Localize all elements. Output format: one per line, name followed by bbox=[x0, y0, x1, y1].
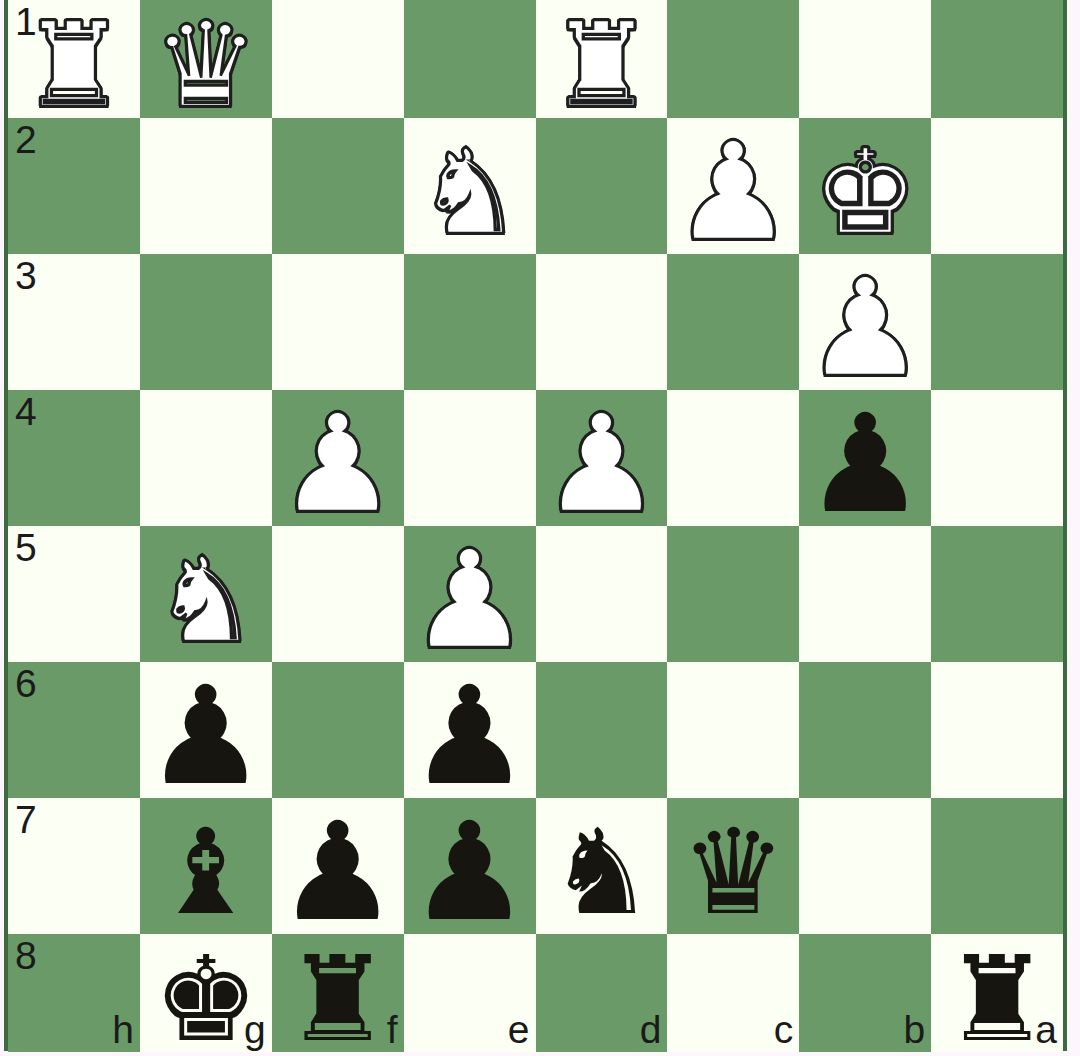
black-king-g8[interactable]: ♚ bbox=[153, 940, 259, 1056]
square-b2[interactable]: ♚ bbox=[799, 118, 931, 254]
square-h6[interactable]: 6 bbox=[8, 662, 140, 798]
white-king-b2[interactable]: ♚ bbox=[812, 133, 918, 251]
square-f4[interactable]: ♟ bbox=[272, 390, 404, 526]
square-c1[interactable] bbox=[667, 0, 799, 118]
square-h2[interactable]: 2 bbox=[8, 118, 140, 254]
square-d8[interactable]: d bbox=[536, 934, 668, 1052]
page-background: ♜1♛♜2♞♟♚3♟4♟♟♟5♞♟6♟♟7♝♟♟♞♛8h♚g♜fedcb♜a bbox=[0, 0, 1080, 1056]
square-f2[interactable] bbox=[272, 118, 404, 254]
rank-label-6: 6 bbox=[15, 664, 37, 703]
white-rook-d1[interactable]: ♜ bbox=[549, 6, 655, 124]
square-f7[interactable]: ♟ bbox=[272, 798, 404, 934]
white-queen-g1[interactable]: ♛ bbox=[153, 6, 259, 124]
square-d4[interactable]: ♟ bbox=[536, 390, 668, 526]
black-queen-c7[interactable]: ♛ bbox=[680, 813, 786, 931]
white-pawn-e5[interactable]: ♟ bbox=[409, 532, 531, 668]
black-pawn-f7[interactable]: ♟ bbox=[277, 804, 399, 940]
square-a3[interactable] bbox=[931, 254, 1063, 390]
square-a2[interactable] bbox=[931, 118, 1063, 254]
square-d2[interactable] bbox=[536, 118, 668, 254]
square-g4[interactable] bbox=[140, 390, 272, 526]
file-label-e: e bbox=[508, 1010, 530, 1049]
square-f1[interactable] bbox=[272, 0, 404, 118]
square-e1[interactable] bbox=[404, 0, 536, 118]
square-b4[interactable]: ♟ bbox=[799, 390, 931, 526]
square-e3[interactable] bbox=[404, 254, 536, 390]
file-label-b: b bbox=[903, 1010, 925, 1049]
square-e7[interactable]: ♟ bbox=[404, 798, 536, 934]
square-e5[interactable]: ♟ bbox=[404, 526, 536, 662]
rank-label-1: 1 bbox=[15, 2, 37, 41]
white-rook-h1[interactable]: ♜ bbox=[21, 6, 127, 124]
square-g3[interactable] bbox=[140, 254, 272, 390]
square-d7[interactable]: ♞ bbox=[536, 798, 668, 934]
rank-label-5: 5 bbox=[15, 528, 37, 567]
square-c2[interactable]: ♟ bbox=[667, 118, 799, 254]
black-pawn-e7[interactable]: ♟ bbox=[409, 804, 531, 940]
rank-label-4: 4 bbox=[15, 392, 37, 431]
square-a7[interactable] bbox=[931, 798, 1063, 934]
black-pawn-g6[interactable]: ♟ bbox=[145, 668, 267, 804]
square-f5[interactable] bbox=[272, 526, 404, 662]
square-h7[interactable]: 7 bbox=[8, 798, 140, 934]
file-label-a: a bbox=[1035, 1010, 1057, 1049]
rank-label-7: 7 bbox=[15, 800, 37, 839]
black-rook-f8[interactable]: ♜ bbox=[285, 940, 391, 1056]
square-c8[interactable]: c bbox=[667, 934, 799, 1052]
square-e4[interactable] bbox=[404, 390, 536, 526]
square-e6[interactable]: ♟ bbox=[404, 662, 536, 798]
file-label-h: h bbox=[112, 1010, 134, 1049]
file-label-f: f bbox=[387, 1010, 398, 1049]
square-f8[interactable]: ♜f bbox=[272, 934, 404, 1052]
square-b8[interactable]: b bbox=[799, 934, 931, 1052]
square-h4[interactable]: 4 bbox=[8, 390, 140, 526]
square-c4[interactable] bbox=[667, 390, 799, 526]
square-e2[interactable]: ♞ bbox=[404, 118, 536, 254]
square-g1[interactable]: ♛ bbox=[140, 0, 272, 118]
white-pawn-f4[interactable]: ♟ bbox=[277, 396, 399, 532]
square-c6[interactable] bbox=[667, 662, 799, 798]
square-g2[interactable] bbox=[140, 118, 272, 254]
black-rook-a8[interactable]: ♜ bbox=[944, 940, 1050, 1056]
square-a8[interactable]: ♜a bbox=[931, 934, 1063, 1052]
square-a5[interactable] bbox=[931, 526, 1063, 662]
square-h8[interactable]: 8h bbox=[8, 934, 140, 1052]
square-b6[interactable] bbox=[799, 662, 931, 798]
square-c5[interactable] bbox=[667, 526, 799, 662]
square-g8[interactable]: ♚g bbox=[140, 934, 272, 1052]
square-d1[interactable]: ♜ bbox=[536, 0, 668, 118]
square-h3[interactable]: 3 bbox=[8, 254, 140, 390]
square-b1[interactable] bbox=[799, 0, 931, 118]
chess-board: ♜1♛♜2♞♟♚3♟4♟♟♟5♞♟6♟♟7♝♟♟♞♛8h♚g♜fedcb♜a bbox=[4, 0, 1067, 1051]
square-b5[interactable] bbox=[799, 526, 931, 662]
square-d3[interactable] bbox=[536, 254, 668, 390]
black-pawn-e6[interactable]: ♟ bbox=[409, 668, 531, 804]
black-knight-d7[interactable]: ♞ bbox=[549, 813, 655, 931]
square-d5[interactable] bbox=[536, 526, 668, 662]
black-pawn-b4[interactable]: ♟ bbox=[804, 396, 926, 532]
white-knight-e2[interactable]: ♞ bbox=[417, 133, 523, 251]
file-label-g: g bbox=[244, 1010, 266, 1049]
white-pawn-d4[interactable]: ♟ bbox=[540, 396, 662, 532]
square-b3[interactable]: ♟ bbox=[799, 254, 931, 390]
square-c3[interactable] bbox=[667, 254, 799, 390]
black-bishop-g7[interactable]: ♝ bbox=[153, 813, 259, 931]
white-pawn-c2[interactable]: ♟ bbox=[672, 124, 794, 260]
white-pawn-b3[interactable]: ♟ bbox=[804, 260, 926, 396]
rank-label-3: 3 bbox=[15, 256, 37, 295]
square-g7[interactable]: ♝ bbox=[140, 798, 272, 934]
square-f3[interactable] bbox=[272, 254, 404, 390]
rank-label-8: 8 bbox=[15, 936, 37, 975]
square-e8[interactable]: e bbox=[404, 934, 536, 1052]
file-label-c: c bbox=[774, 1010, 794, 1049]
white-knight-g5[interactable]: ♞ bbox=[153, 541, 259, 659]
square-c7[interactable]: ♛ bbox=[667, 798, 799, 934]
square-a4[interactable] bbox=[931, 390, 1063, 526]
rank-label-2: 2 bbox=[15, 120, 37, 159]
file-label-d: d bbox=[640, 1010, 662, 1049]
board-grid: ♜1♛♜2♞♟♚3♟4♟♟♟5♞♟6♟♟7♝♟♟♞♛8h♚g♜fedcb♜a bbox=[8, 0, 1063, 1046]
square-h5[interactable]: 5 bbox=[8, 526, 140, 662]
square-a6[interactable] bbox=[931, 662, 1063, 798]
square-d6[interactable] bbox=[536, 662, 668, 798]
square-f6[interactable] bbox=[272, 662, 404, 798]
square-g5[interactable]: ♞ bbox=[140, 526, 272, 662]
square-h1[interactable]: ♜1 bbox=[8, 0, 140, 118]
square-b7[interactable] bbox=[799, 798, 931, 934]
square-a1[interactable] bbox=[931, 0, 1063, 118]
square-g6[interactable]: ♟ bbox=[140, 662, 272, 798]
